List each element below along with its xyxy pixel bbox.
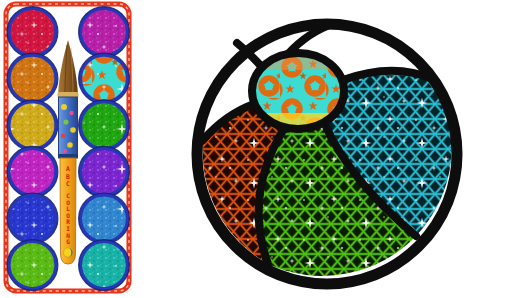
paint-brush: ABC COLORING [58, 40, 79, 264]
beach-ball-canvas[interactable] [188, 14, 468, 294]
swatch-violet[interactable] [79, 146, 130, 197]
swatch-sky-blue[interactable] [79, 193, 130, 244]
swatch-pink-magenta[interactable] [7, 146, 58, 197]
segment-top-circle-stars[interactable] [248, 52, 348, 130]
brush-label-abc: ABC [66, 165, 70, 188]
swatch-green[interactable] [79, 100, 130, 151]
swatch-red[interactable] [7, 7, 58, 58]
glitter-coloring-app: { "app": { "type": "glitter coloring app… [0, 0, 530, 298]
swatch-blue[interactable] [7, 193, 58, 244]
brush-label-coloring: COLORING [66, 192, 70, 245]
swatch-yellow[interactable] [7, 100, 58, 151]
swatch-magenta[interactable] [79, 7, 130, 58]
brush-logo [63, 248, 72, 257]
swatch-teal[interactable] [79, 240, 130, 291]
swatch-star-pattern[interactable] [79, 53, 130, 104]
glitter-palette: ABC COLORING [0, 0, 140, 298]
swatch-lime-green[interactable] [7, 240, 58, 291]
swatch-orange-gold[interactable] [7, 53, 58, 104]
